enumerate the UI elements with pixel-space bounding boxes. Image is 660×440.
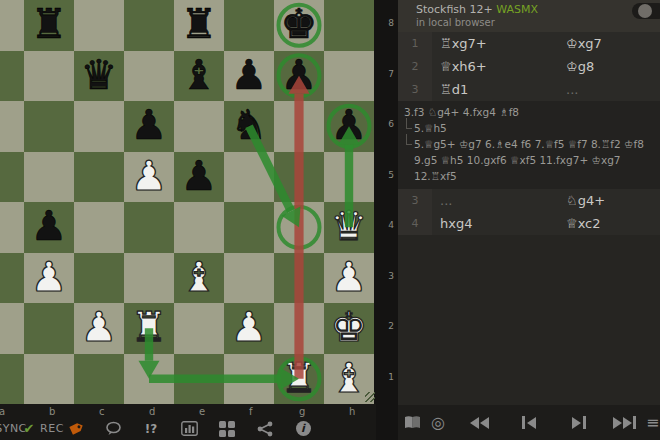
rank-label-2: 2 <box>384 321 398 331</box>
square-c2[interactable] <box>74 303 124 354</box>
square-b7[interactable] <box>24 51 74 102</box>
square-g3[interactable] <box>274 253 324 304</box>
panel-toolbar: ◎ ≡ <box>398 405 660 440</box>
square-e3[interactable] <box>174 253 224 304</box>
white-move[interactable]: ♕xh6+ <box>432 55 566 78</box>
move-number: 1 <box>398 32 432 55</box>
square-d4[interactable] <box>124 202 174 253</box>
square-c4[interactable] <box>74 202 124 253</box>
board: ♜♜♚♛♝♟♟♟♞♟♟♟♟♛♟♝♟♟♜♟♚♜♝ <box>0 0 376 404</box>
square-b5[interactable] <box>24 152 74 203</box>
engine-toggle-knob <box>638 4 652 18</box>
engine-toggle[interactable] <box>632 3 660 19</box>
square-d2[interactable] <box>124 303 174 354</box>
square-h7[interactable] <box>324 51 374 102</box>
square-c6[interactable] <box>74 101 124 152</box>
go-prev-button[interactable] <box>522 405 536 440</box>
square-b6[interactable] <box>24 101 74 152</box>
rank-label-5: 5 <box>384 170 398 180</box>
square-h4[interactable] <box>324 202 374 253</box>
engine-name-text: Stockfish 12+ <box>416 3 493 16</box>
speech-bubble-icon <box>105 421 122 436</box>
square-b4[interactable] <box>24 202 74 253</box>
square-f1[interactable] <box>224 354 274 405</box>
square-f3[interactable] <box>224 253 274 304</box>
file-label-b: b <box>49 406 55 417</box>
square-e5[interactable] <box>174 152 224 203</box>
tag-tab[interactable] <box>56 417 94 440</box>
square-f4[interactable] <box>224 202 274 253</box>
menu-button[interactable]: ≡ <box>646 405 659 440</box>
tag-icon <box>67 421 83 437</box>
square-h8[interactable] <box>324 0 374 51</box>
white-move[interactable]: ♖xg7+ <box>432 32 566 55</box>
annotation-tab[interactable]: !? <box>132 417 170 440</box>
move-number: 4 <box>398 212 432 235</box>
square-c3[interactable] <box>74 253 124 304</box>
engine-location: in local browser <box>416 17 495 28</box>
move-row: 3♖d1... <box>398 78 660 101</box>
grid-icon <box>219 421 235 437</box>
square-a1[interactable] <box>0 354 24 405</box>
rank-label-7: 7 <box>384 69 398 79</box>
bar-chart-icon <box>181 421 198 436</box>
info-icon: i <box>296 421 311 436</box>
square-h1[interactable] <box>324 354 374 405</box>
file-label-a: a <box>0 406 5 417</box>
board-grid[interactable]: ♜♜♚♛♝♟♟♟♞♟♟♟♟♛♟♝♟♟♜♟♚♜♝ <box>0 0 374 404</box>
chart-tab[interactable] <box>170 417 208 440</box>
square-d1[interactable] <box>124 354 174 405</box>
square-d6[interactable] <box>124 101 174 152</box>
square-e6[interactable] <box>174 101 224 152</box>
square-a4[interactable] <box>0 202 24 253</box>
file-label-e: e <box>199 406 205 417</box>
square-h2[interactable] <box>324 303 374 354</box>
bottom-strip: abcdefgh SYNC ✔ REC !? <box>0 404 376 440</box>
share-tab[interactable] <box>246 417 284 440</box>
square-g1[interactable] <box>274 354 324 405</box>
square-g8[interactable] <box>274 0 324 51</box>
variation-line[interactable]: 5.♕h5 <box>402 120 656 136</box>
square-a8[interactable] <box>0 0 24 51</box>
practice-button[interactable]: ◎ <box>431 405 445 440</box>
variation-line[interactable]: 3.f3 ♘g4+ 4.fxg4 ♗f8 <box>402 104 656 120</box>
variation-block: 3.f3 ♘g4+ 4.fxg4 ♗f8 5.♕h5 5.♕g5+ ♔g7 6.… <box>398 101 660 189</box>
square-b8[interactable] <box>24 0 74 51</box>
move-row: 4hxg4♕xc2 <box>398 212 660 235</box>
engine-panel: Stockfish 12+ WASMX in local browser 1♖x… <box>398 0 660 440</box>
square-e8[interactable] <box>174 0 224 51</box>
move-row: 1♖xg7+♔xg7 <box>398 32 660 55</box>
black-move[interactable]: ♕xc2 <box>566 212 660 235</box>
engine-tech-label: WASMX <box>496 3 538 16</box>
info-tab[interactable]: i <box>284 417 322 440</box>
square-b2[interactable] <box>24 303 74 354</box>
move-number: 3 <box>398 189 432 212</box>
square-d5[interactable] <box>124 152 174 203</box>
square-c8[interactable] <box>74 0 124 51</box>
square-a2[interactable] <box>0 303 24 354</box>
file-label-c: c <box>99 406 105 417</box>
square-h3[interactable] <box>324 253 374 304</box>
square-g7[interactable] <box>274 51 324 102</box>
file-label-g: g <box>299 406 305 417</box>
square-f7[interactable] <box>224 51 274 102</box>
rank-label-4: 4 <box>384 220 398 230</box>
left-toolbar: SYNC ✔ REC !? <box>0 417 376 440</box>
square-c5[interactable] <box>74 152 124 203</box>
square-e2[interactable] <box>174 303 224 354</box>
rank-label-3: 3 <box>384 271 398 281</box>
square-g6[interactable] <box>274 101 324 152</box>
square-c1[interactable] <box>74 354 124 405</box>
square-d7[interactable] <box>124 51 174 102</box>
rank-label-1: 1 <box>384 372 398 382</box>
analysis-app: ♜♜♚♛♝♟♟♟♞♟♟♟♟♛♟♝♟♟♜♟♚♜♝ 87654321 abcdefg… <box>0 0 660 440</box>
square-b1[interactable] <box>24 354 74 405</box>
square-g5[interactable] <box>274 152 324 203</box>
rec-check-icon: ✔ <box>22 417 36 440</box>
rank-label-8: 8 <box>384 18 398 28</box>
square-e1[interactable] <box>174 354 224 405</box>
square-f2[interactable] <box>224 303 274 354</box>
square-f8[interactable] <box>224 0 274 51</box>
move-number: 2 <box>398 55 432 78</box>
move-number: 3 <box>398 78 432 101</box>
square-g2[interactable] <box>274 303 324 354</box>
white-move[interactable]: ♖d1 <box>432 78 566 101</box>
square-f5[interactable] <box>224 152 274 203</box>
move-list: 1♖xg7+♔xg72♕xh6+♔g83♖d1... 3.f3 ♘g4+ 4.f… <box>398 32 660 406</box>
square-f6[interactable] <box>224 101 274 152</box>
go-last-button[interactable] <box>613 405 636 440</box>
opening-book-button[interactable] <box>404 405 421 440</box>
square-e7[interactable] <box>174 51 224 102</box>
square-d8[interactable] <box>124 0 174 51</box>
square-h5[interactable] <box>324 152 374 203</box>
go-next-button[interactable] <box>572 405 586 440</box>
file-label-d: d <box>149 406 155 417</box>
engine-header: Stockfish 12+ WASMX in local browser <box>398 0 660 32</box>
black-move[interactable]: ♘g4+ <box>566 189 660 212</box>
move-row: 2♕xh6+♔g8 <box>398 55 660 78</box>
square-a3[interactable] <box>0 253 24 304</box>
white-move[interactable]: ... <box>432 189 566 212</box>
board-editor-tab[interactable] <box>208 417 246 440</box>
file-label-h: h <box>349 406 355 417</box>
square-b3[interactable] <box>24 253 74 304</box>
black-move[interactable]: ♔g8 <box>566 55 660 78</box>
move-row: 3...♘g4+ <box>398 189 660 212</box>
black-move[interactable]: ♔xg7 <box>566 32 660 55</box>
engine-name: Stockfish 12+ WASMX <box>416 3 538 16</box>
chat-tab[interactable] <box>94 417 132 440</box>
square-a7[interactable] <box>0 51 24 102</box>
square-e4[interactable] <box>174 202 224 253</box>
book-icon <box>404 415 421 430</box>
share-icon <box>257 421 273 437</box>
file-label-f: f <box>249 406 253 417</box>
square-a5[interactable] <box>0 152 24 203</box>
black-move[interactable]: ... <box>566 78 660 101</box>
square-d3[interactable] <box>124 253 174 304</box>
square-g4[interactable] <box>274 202 324 253</box>
variation-line[interactable]: 5.♕g5+ ♔g7 6.♗e4 f6 7.♕f5 ♕f7 8.♖f2 ♔f8 … <box>402 136 656 184</box>
square-c7[interactable] <box>74 51 124 102</box>
white-move[interactable]: hxg4 <box>432 212 566 235</box>
square-a6[interactable] <box>0 101 24 152</box>
rank-label-6: 6 <box>384 119 398 129</box>
square-h6[interactable] <box>324 101 374 152</box>
go-first-button[interactable] <box>470 405 489 440</box>
